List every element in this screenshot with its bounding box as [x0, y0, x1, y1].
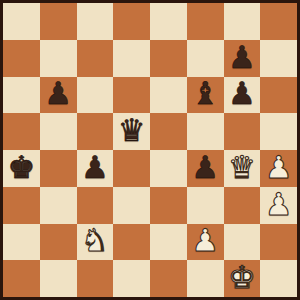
- square-h6[interactable]: [260, 77, 297, 114]
- square-c4[interactable]: ♟: [77, 150, 114, 187]
- square-f1[interactable]: [187, 260, 224, 297]
- piece-black-pawn[interactable]: ♟: [228, 42, 256, 73]
- square-f5[interactable]: [187, 113, 224, 150]
- square-a4[interactable]: ♚: [3, 150, 40, 187]
- square-d8[interactable]: [113, 3, 150, 40]
- square-f2[interactable]: ♟: [187, 224, 224, 261]
- square-c6[interactable]: [77, 77, 114, 114]
- piece-black-queen[interactable]: ♛: [118, 115, 146, 146]
- piece-white-pawn[interactable]: ♟: [265, 189, 293, 220]
- piece-white-pawn[interactable]: ♟: [265, 152, 293, 183]
- square-c2[interactable]: ♞: [77, 224, 114, 261]
- piece-black-pawn[interactable]: ♟: [81, 152, 109, 183]
- square-b8[interactable]: [40, 3, 77, 40]
- square-e6[interactable]: [150, 77, 187, 114]
- square-a5[interactable]: [3, 113, 40, 150]
- square-b2[interactable]: [40, 224, 77, 261]
- square-d1[interactable]: [113, 260, 150, 297]
- square-e7[interactable]: [150, 40, 187, 77]
- square-f8[interactable]: [187, 3, 224, 40]
- square-a2[interactable]: [3, 224, 40, 261]
- square-a7[interactable]: [3, 40, 40, 77]
- piece-black-pawn[interactable]: ♟: [191, 152, 219, 183]
- square-e5[interactable]: [150, 113, 187, 150]
- piece-black-pawn[interactable]: ♟: [228, 78, 256, 109]
- piece-black-bishop[interactable]: ♝: [191, 78, 219, 109]
- square-e1[interactable]: [150, 260, 187, 297]
- chess-board: ♟♟♝♟♛♚♟♟♛♟♟♞♟♚: [3, 3, 297, 297]
- square-g8[interactable]: [224, 3, 261, 40]
- piece-white-pawn[interactable]: ♟: [191, 225, 219, 256]
- square-d3[interactable]: [113, 187, 150, 224]
- square-h5[interactable]: [260, 113, 297, 150]
- square-g5[interactable]: [224, 113, 261, 150]
- square-d6[interactable]: [113, 77, 150, 114]
- square-d7[interactable]: [113, 40, 150, 77]
- square-e2[interactable]: [150, 224, 187, 261]
- square-e3[interactable]: [150, 187, 187, 224]
- square-h2[interactable]: [260, 224, 297, 261]
- square-a1[interactable]: [3, 260, 40, 297]
- square-h4[interactable]: ♟: [260, 150, 297, 187]
- square-b7[interactable]: [40, 40, 77, 77]
- piece-white-queen[interactable]: ♛: [228, 152, 256, 183]
- piece-black-pawn[interactable]: ♟: [44, 78, 72, 109]
- piece-white-knight[interactable]: ♞: [81, 225, 109, 256]
- square-h3[interactable]: ♟: [260, 187, 297, 224]
- square-g3[interactable]: [224, 187, 261, 224]
- square-d5[interactable]: ♛: [113, 113, 150, 150]
- square-a8[interactable]: [3, 3, 40, 40]
- square-h1[interactable]: [260, 260, 297, 297]
- piece-white-king[interactable]: ♚: [228, 262, 256, 293]
- square-b1[interactable]: [40, 260, 77, 297]
- square-c5[interactable]: [77, 113, 114, 150]
- square-g4[interactable]: ♛: [224, 150, 261, 187]
- square-c1[interactable]: [77, 260, 114, 297]
- chess-board-frame: ♟♟♝♟♛♚♟♟♛♟♟♞♟♚: [0, 0, 300, 300]
- square-a6[interactable]: [3, 77, 40, 114]
- square-d4[interactable]: [113, 150, 150, 187]
- square-e8[interactable]: [150, 3, 187, 40]
- square-g7[interactable]: ♟: [224, 40, 261, 77]
- square-c7[interactable]: [77, 40, 114, 77]
- square-f7[interactable]: [187, 40, 224, 77]
- square-h7[interactable]: [260, 40, 297, 77]
- square-d2[interactable]: [113, 224, 150, 261]
- square-b6[interactable]: ♟: [40, 77, 77, 114]
- square-f6[interactable]: ♝: [187, 77, 224, 114]
- piece-black-king[interactable]: ♚: [7, 152, 35, 183]
- square-g6[interactable]: ♟: [224, 77, 261, 114]
- square-b4[interactable]: [40, 150, 77, 187]
- square-c8[interactable]: [77, 3, 114, 40]
- square-b3[interactable]: [40, 187, 77, 224]
- square-h8[interactable]: [260, 3, 297, 40]
- square-b5[interactable]: [40, 113, 77, 150]
- square-a3[interactable]: [3, 187, 40, 224]
- square-e4[interactable]: [150, 150, 187, 187]
- square-f3[interactable]: [187, 187, 224, 224]
- square-g2[interactable]: [224, 224, 261, 261]
- square-g1[interactable]: ♚: [224, 260, 261, 297]
- square-f4[interactable]: ♟: [187, 150, 224, 187]
- square-c3[interactable]: [77, 187, 114, 224]
